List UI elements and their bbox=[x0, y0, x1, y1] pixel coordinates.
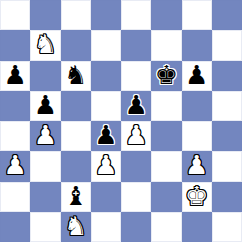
white-knight[interactable]: ♞ bbox=[64, 213, 87, 239]
square-g1[interactable] bbox=[182, 212, 212, 242]
black-king[interactable]: ♚ bbox=[155, 62, 178, 88]
square-c3[interactable] bbox=[61, 151, 91, 181]
square-h7[interactable] bbox=[212, 30, 242, 60]
square-d4[interactable]: ♟ bbox=[91, 121, 121, 151]
square-f2[interactable] bbox=[151, 182, 181, 212]
square-d3[interactable]: ♟ bbox=[91, 151, 121, 181]
square-a3[interactable]: ♟ bbox=[0, 151, 30, 181]
white-pawn[interactable]: ♟ bbox=[185, 152, 208, 178]
square-f5[interactable] bbox=[151, 91, 181, 121]
square-f6[interactable]: ♚ bbox=[151, 61, 181, 91]
square-h5[interactable] bbox=[212, 91, 242, 121]
square-b2[interactable] bbox=[30, 182, 60, 212]
square-f4[interactable] bbox=[151, 121, 181, 151]
black-knight[interactable]: ♞ bbox=[64, 62, 87, 88]
white-pawn[interactable]: ♟ bbox=[124, 122, 147, 148]
square-h1[interactable] bbox=[212, 212, 242, 242]
square-h3[interactable] bbox=[212, 151, 242, 181]
square-c1[interactable]: ♞ bbox=[61, 212, 91, 242]
square-c8[interactable] bbox=[61, 0, 91, 30]
square-g8[interactable] bbox=[182, 0, 212, 30]
square-d6[interactable] bbox=[91, 61, 121, 91]
square-f8[interactable] bbox=[151, 0, 181, 30]
square-e4[interactable]: ♟ bbox=[121, 121, 151, 151]
square-h2[interactable] bbox=[212, 182, 242, 212]
square-f7[interactable] bbox=[151, 30, 181, 60]
black-pawn[interactable]: ♟ bbox=[185, 62, 208, 88]
square-g2[interactable]: ♚ bbox=[182, 182, 212, 212]
square-e7[interactable] bbox=[121, 30, 151, 60]
square-g7[interactable] bbox=[182, 30, 212, 60]
square-h6[interactable] bbox=[212, 61, 242, 91]
square-h4[interactable] bbox=[212, 121, 242, 151]
square-c6[interactable]: ♞ bbox=[61, 61, 91, 91]
square-b5[interactable]: ♟ bbox=[30, 91, 60, 121]
square-c5[interactable] bbox=[61, 91, 91, 121]
square-e6[interactable] bbox=[121, 61, 151, 91]
square-e3[interactable] bbox=[121, 151, 151, 181]
chess-board: ♞♟♞♚♟♟♟♟♟♟♟♟♟♝♚♞ bbox=[0, 0, 242, 242]
square-g6[interactable]: ♟ bbox=[182, 61, 212, 91]
square-a7[interactable] bbox=[0, 30, 30, 60]
square-f3[interactable] bbox=[151, 151, 181, 181]
square-b8[interactable] bbox=[30, 0, 60, 30]
black-pawn[interactable]: ♟ bbox=[3, 62, 26, 88]
white-pawn[interactable]: ♟ bbox=[34, 122, 57, 148]
square-b6[interactable] bbox=[30, 61, 60, 91]
square-d1[interactable] bbox=[91, 212, 121, 242]
black-pawn[interactable]: ♟ bbox=[124, 92, 147, 118]
square-e8[interactable] bbox=[121, 0, 151, 30]
square-a4[interactable] bbox=[0, 121, 30, 151]
square-b1[interactable] bbox=[30, 212, 60, 242]
white-knight[interactable]: ♞ bbox=[34, 31, 57, 57]
black-pawn[interactable]: ♟ bbox=[34, 92, 57, 118]
square-c7[interactable] bbox=[61, 30, 91, 60]
square-a1[interactable] bbox=[0, 212, 30, 242]
square-e5[interactable]: ♟ bbox=[121, 91, 151, 121]
square-f1[interactable] bbox=[151, 212, 181, 242]
square-g3[interactable]: ♟ bbox=[182, 151, 212, 181]
square-e2[interactable] bbox=[121, 182, 151, 212]
square-d8[interactable] bbox=[91, 0, 121, 30]
square-a5[interactable] bbox=[0, 91, 30, 121]
white-pawn[interactable]: ♟ bbox=[94, 152, 117, 178]
square-c2[interactable]: ♝ bbox=[61, 182, 91, 212]
square-a8[interactable] bbox=[0, 0, 30, 30]
square-g5[interactable] bbox=[182, 91, 212, 121]
square-d5[interactable] bbox=[91, 91, 121, 121]
white-king[interactable]: ♚ bbox=[185, 183, 208, 209]
square-b7[interactable]: ♞ bbox=[30, 30, 60, 60]
square-a2[interactable] bbox=[0, 182, 30, 212]
square-g4[interactable] bbox=[182, 121, 212, 151]
square-a6[interactable]: ♟ bbox=[0, 61, 30, 91]
square-d7[interactable] bbox=[91, 30, 121, 60]
square-b4[interactable]: ♟ bbox=[30, 121, 60, 151]
square-d2[interactable] bbox=[91, 182, 121, 212]
square-e1[interactable] bbox=[121, 212, 151, 242]
white-pawn[interactable]: ♟ bbox=[3, 152, 26, 178]
black-bishop[interactable]: ♝ bbox=[64, 183, 87, 209]
square-h8[interactable] bbox=[212, 0, 242, 30]
square-c4[interactable] bbox=[61, 121, 91, 151]
square-b3[interactable] bbox=[30, 151, 60, 181]
black-pawn[interactable]: ♟ bbox=[94, 122, 117, 148]
